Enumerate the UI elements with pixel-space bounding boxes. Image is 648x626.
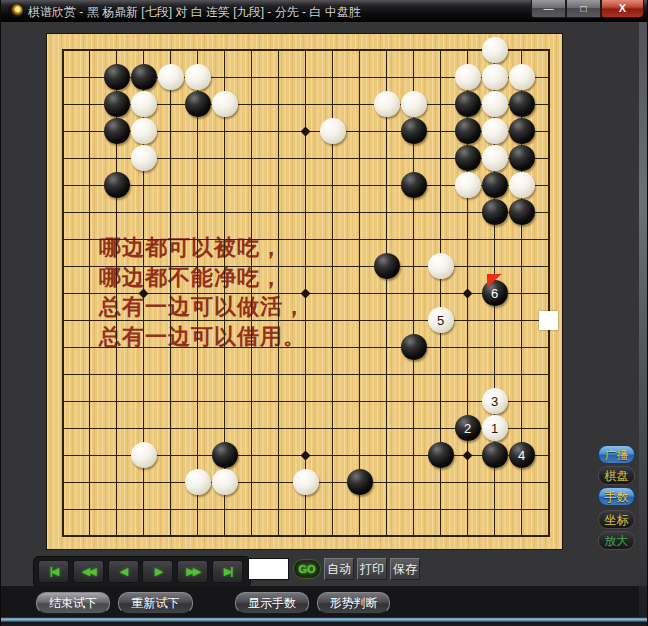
- move-number-input[interactable]: [248, 558, 289, 580]
- stone-white[interactable]: [482, 37, 508, 63]
- stone-black-numbered[interactable]: 6: [482, 280, 508, 306]
- nav-last-button[interactable]: ▶|: [212, 560, 243, 583]
- print-button[interactable]: 打印: [357, 558, 387, 580]
- stone-black[interactable]: [347, 469, 373, 495]
- stone-black[interactable]: [509, 91, 535, 117]
- stone-black[interactable]: [482, 442, 508, 468]
- stone-white-numbered[interactable]: 3: [482, 388, 508, 414]
- stone-black[interactable]: [131, 64, 157, 90]
- side-button-broadcast[interactable]: 广播: [598, 445, 635, 464]
- go-button[interactable]: GO: [293, 559, 321, 579]
- title-bar: 棋谱欣赏 - 黑 杨鼎新 [七段] 对 白 连笑 [九段] - 分先 - 白 中…: [1, 0, 648, 22]
- annotation-line: 总有一边可以做活，: [99, 292, 306, 322]
- board-grid-line: [62, 320, 550, 321]
- stone-white-numbered[interactable]: 5: [428, 307, 454, 333]
- stone-black[interactable]: [104, 64, 130, 90]
- auto-play-button[interactable]: 自动: [324, 558, 354, 580]
- window-title: 棋谱欣赏 - 黑 杨鼎新 [七段] 对 白 连笑 [九段] - 分先 - 白 中…: [28, 4, 361, 21]
- side-button-zoom-in[interactable]: 放大: [598, 531, 635, 550]
- stone-white[interactable]: [212, 91, 238, 117]
- maximize-button[interactable]: □: [566, 0, 601, 18]
- stone-black[interactable]: [455, 145, 481, 171]
- stone-black[interactable]: [104, 118, 130, 144]
- star-point: [301, 126, 311, 136]
- stone-black[interactable]: [455, 91, 481, 117]
- restart-trial-button[interactable]: 重新试下: [118, 592, 193, 614]
- annotation-line: 哪边都可以被吃，: [99, 233, 306, 263]
- window-frame-right: [639, 22, 648, 617]
- stone-white[interactable]: [374, 91, 400, 117]
- stone-white[interactable]: [185, 64, 211, 90]
- stone-white[interactable]: [482, 118, 508, 144]
- stone-white[interactable]: [455, 64, 481, 90]
- stone-black[interactable]: [401, 172, 427, 198]
- stone-black[interactable]: [455, 118, 481, 144]
- star-point: [301, 450, 311, 460]
- board-grid-line: [359, 49, 360, 537]
- nav-back-button[interactable]: ◀: [108, 560, 139, 583]
- stone-black[interactable]: [401, 118, 427, 144]
- minimize-button[interactable]: —: [531, 0, 566, 18]
- board-grid-line: [62, 347, 550, 348]
- stone-white[interactable]: [293, 469, 319, 495]
- nav-fast-forward-button[interactable]: ▶▶: [177, 560, 208, 583]
- stone-white-numbered[interactable]: 1: [482, 415, 508, 441]
- end-trial-button[interactable]: 结束试下: [36, 592, 110, 614]
- annotation-line: 哪边都不能净吃，: [99, 263, 306, 293]
- stone-black[interactable]: [401, 334, 427, 360]
- stone-black[interactable]: [212, 442, 238, 468]
- stone-white[interactable]: [320, 118, 346, 144]
- stone-black[interactable]: [509, 199, 535, 225]
- go-board[interactable]: 哪边都可以被吃， 哪边都不能净吃， 总有一边可以做活， 总有一边可以借用。 65…: [46, 33, 563, 550]
- stone-black[interactable]: [185, 91, 211, 117]
- stone-black[interactable]: [482, 199, 508, 225]
- stone-white[interactable]: [131, 442, 157, 468]
- stone-white[interactable]: [482, 145, 508, 171]
- stone-black[interactable]: [482, 172, 508, 198]
- board-grid-line: [62, 509, 550, 510]
- window-frame-bottom: [1, 617, 648, 626]
- board-grid-line: [62, 401, 550, 402]
- stone-black[interactable]: [509, 145, 535, 171]
- star-point: [463, 450, 473, 460]
- stone-black[interactable]: [104, 91, 130, 117]
- stone-black-numbered[interactable]: 2: [455, 415, 481, 441]
- stone-white[interactable]: [482, 64, 508, 90]
- nav-play-button[interactable]: ▶: [142, 560, 173, 583]
- side-button-board[interactable]: 棋盘: [598, 466, 635, 485]
- board-grid-line: [386, 49, 387, 537]
- side-button-coordinates[interactable]: 坐标: [598, 510, 635, 529]
- close-button[interactable]: X: [601, 0, 644, 18]
- stone-black[interactable]: [374, 253, 400, 279]
- stone-white[interactable]: [509, 64, 535, 90]
- stone-white[interactable]: [158, 64, 184, 90]
- star-point: [463, 288, 473, 298]
- stone-black[interactable]: [104, 172, 130, 198]
- nav-first-button[interactable]: |◀: [38, 560, 69, 583]
- stone-white[interactable]: [131, 145, 157, 171]
- show-moves-button[interactable]: 显示手数: [235, 592, 309, 614]
- stone-white[interactable]: [131, 118, 157, 144]
- stone-white[interactable]: [212, 469, 238, 495]
- board-grid-line: [62, 374, 550, 375]
- edge-square-marker: [539, 311, 558, 330]
- stone-white[interactable]: [428, 253, 454, 279]
- save-button[interactable]: 保存: [390, 558, 420, 580]
- stone-white[interactable]: [455, 172, 481, 198]
- stone-black[interactable]: [509, 118, 535, 144]
- stone-white[interactable]: [482, 91, 508, 117]
- stone-black-numbered[interactable]: 4: [509, 442, 535, 468]
- side-button-move-count[interactable]: 手数: [598, 487, 635, 506]
- stone-black[interactable]: [428, 442, 454, 468]
- stone-white[interactable]: [131, 91, 157, 117]
- board-grid-line: [62, 535, 550, 537]
- app-icon: [9, 4, 23, 18]
- app-window: 棋谱欣赏 - 黑 杨鼎新 [七段] 对 白 连笑 [九段] - 分先 - 白 中…: [0, 0, 648, 626]
- nav-fast-back-button[interactable]: ◀◀: [73, 560, 104, 583]
- stone-white[interactable]: [185, 469, 211, 495]
- nav-button-tray: |◀◀◀◀▶▶▶▶|: [33, 556, 251, 588]
- board-grid-line: [548, 49, 550, 537]
- bottom-button-band: 结束试下 重新试下 显示手数 形势判断: [1, 586, 648, 617]
- estimate-button[interactable]: 形势判断: [317, 592, 390, 614]
- stone-white[interactable]: [509, 172, 535, 198]
- stone-white[interactable]: [401, 91, 427, 117]
